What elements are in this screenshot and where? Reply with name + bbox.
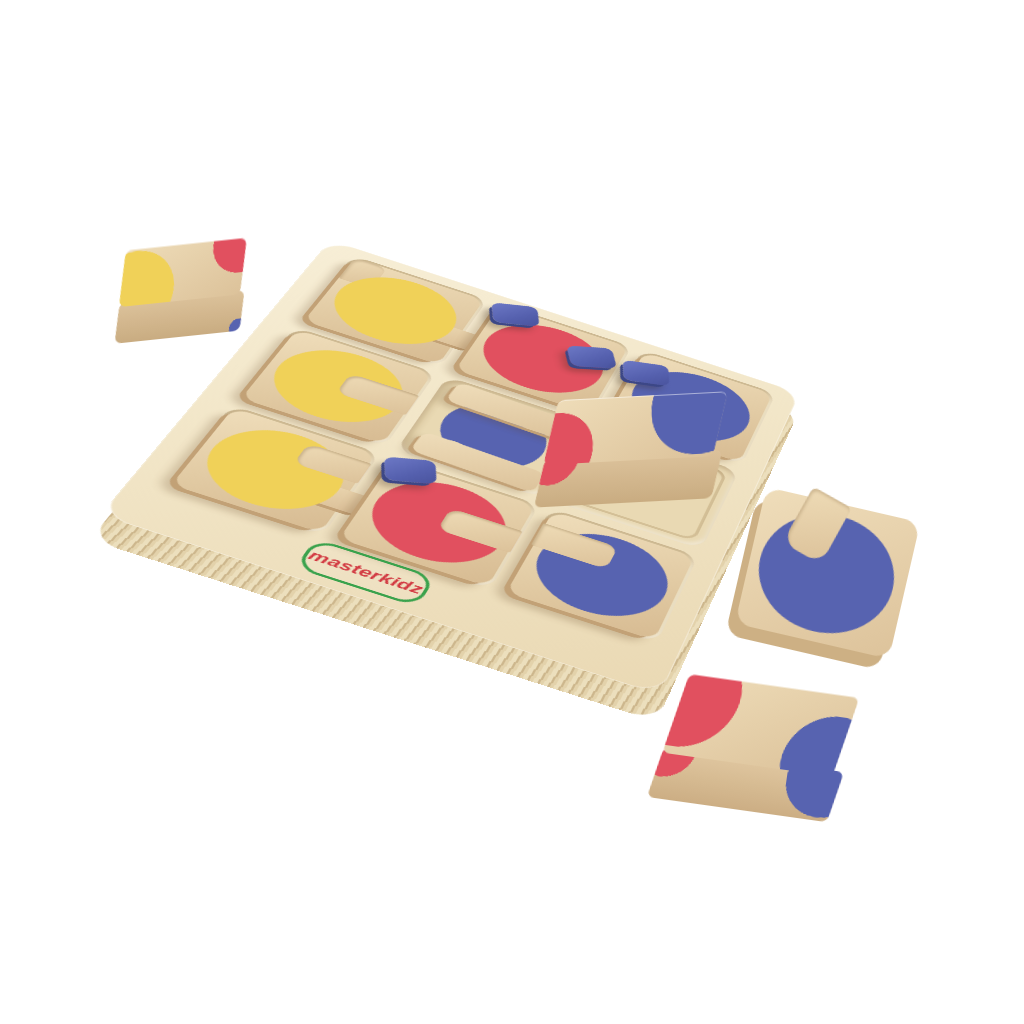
piece-body (735, 487, 920, 659)
loose-blue-tab[interactable] (623, 360, 670, 387)
loose-block-yellow-red[interactable] (115, 237, 256, 346)
loose-block-red-blue[interactable] (652, 671, 863, 848)
loose-blue-tab[interactable] (384, 456, 437, 484)
block-top-face (543, 391, 728, 465)
loose-block-red-blue-on-board[interactable] (543, 391, 735, 519)
photo-canvas: masterkidz (0, 0, 1024, 1024)
loose-blue-tab[interactable] (566, 345, 617, 368)
loose-blue-tab[interactable] (492, 302, 540, 327)
loose-square-blue-half[interactable] (721, 481, 940, 688)
